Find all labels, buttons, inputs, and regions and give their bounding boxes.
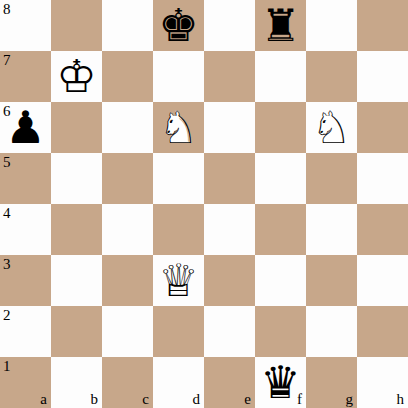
square-h2[interactable] <box>357 306 408 357</box>
white-knight-glyph: ♘ <box>306 102 357 153</box>
square-c6[interactable] <box>102 102 153 153</box>
rank-label-2: 2 <box>3 308 11 323</box>
square-d4[interactable] <box>153 204 204 255</box>
square-e1[interactable]: e <box>204 357 255 408</box>
square-a6[interactable]: ♟6 <box>0 102 51 153</box>
square-b8[interactable] <box>51 0 102 51</box>
square-b3[interactable] <box>51 255 102 306</box>
rank-label-8: 8 <box>3 2 11 17</box>
white-king-b7[interactable]: ♚♔ <box>51 51 102 102</box>
square-g1[interactable]: g <box>306 357 357 408</box>
square-f7[interactable] <box>255 51 306 102</box>
square-g8[interactable] <box>306 0 357 51</box>
square-f8[interactable]: ♜ <box>255 0 306 51</box>
square-f4[interactable] <box>255 204 306 255</box>
square-g3[interactable] <box>306 255 357 306</box>
square-b2[interactable] <box>51 306 102 357</box>
square-a2[interactable]: 2 <box>0 306 51 357</box>
rank-label-4: 4 <box>3 206 11 221</box>
square-g6[interactable]: ♞♘ <box>306 102 357 153</box>
square-d5[interactable] <box>153 153 204 204</box>
square-f6[interactable] <box>255 102 306 153</box>
square-d1[interactable]: d <box>153 357 204 408</box>
square-a1[interactable]: 1a <box>0 357 51 408</box>
square-e3[interactable] <box>204 255 255 306</box>
square-d2[interactable] <box>153 306 204 357</box>
square-g4[interactable] <box>306 204 357 255</box>
square-c1[interactable]: c <box>102 357 153 408</box>
white-knight-g6[interactable]: ♞♘ <box>306 102 357 153</box>
square-a7[interactable]: 7 <box>0 51 51 102</box>
square-h8[interactable] <box>357 0 408 51</box>
square-h6[interactable] <box>357 102 408 153</box>
square-e6[interactable] <box>204 102 255 153</box>
rank-label-1: 1 <box>3 359 11 374</box>
square-c7[interactable] <box>102 51 153 102</box>
square-b6[interactable] <box>51 102 102 153</box>
square-a5[interactable]: 5 <box>0 153 51 204</box>
square-b4[interactable] <box>51 204 102 255</box>
square-g2[interactable] <box>306 306 357 357</box>
square-d6[interactable]: ♞♘ <box>153 102 204 153</box>
file-label-e: e <box>244 392 251 407</box>
square-e8[interactable] <box>204 0 255 51</box>
square-g5[interactable] <box>306 153 357 204</box>
white-queen-glyph: ♕ <box>153 255 204 306</box>
square-g7[interactable] <box>306 51 357 102</box>
file-label-c: c <box>142 392 149 407</box>
file-label-d: d <box>193 392 201 407</box>
square-f3[interactable] <box>255 255 306 306</box>
square-c5[interactable] <box>102 153 153 204</box>
black-king-d8[interactable]: ♚ <box>153 0 204 51</box>
square-f2[interactable] <box>255 306 306 357</box>
black-pawn-a6[interactable]: ♟ <box>0 102 51 153</box>
square-a3[interactable]: 3 <box>0 255 51 306</box>
black-queen-f1[interactable]: ♛ <box>255 357 306 408</box>
file-label-b: b <box>91 392 99 407</box>
square-h1[interactable]: h <box>357 357 408 408</box>
white-knight-d6[interactable]: ♞♘ <box>153 102 204 153</box>
rank-label-5: 5 <box>3 155 11 170</box>
square-h5[interactable] <box>357 153 408 204</box>
file-label-h: h <box>397 392 405 407</box>
square-e5[interactable] <box>204 153 255 204</box>
square-c2[interactable] <box>102 306 153 357</box>
rank-label-3: 3 <box>3 257 11 272</box>
square-h4[interactable] <box>357 204 408 255</box>
square-b5[interactable] <box>51 153 102 204</box>
file-label-a: a <box>40 392 47 407</box>
square-b7[interactable]: ♚♔ <box>51 51 102 102</box>
chess-board: 8♚♜7♚♔♟6♞♘♞♘543♛♕21abcde♛fgh <box>0 0 408 408</box>
white-knight-glyph: ♘ <box>153 102 204 153</box>
square-d3[interactable]: ♛♕ <box>153 255 204 306</box>
square-d8[interactable]: ♚ <box>153 0 204 51</box>
black-rook-f8[interactable]: ♜ <box>255 0 306 51</box>
white-king-glyph: ♔ <box>51 51 102 102</box>
square-e7[interactable] <box>204 51 255 102</box>
square-a8[interactable]: 8 <box>0 0 51 51</box>
square-h3[interactable] <box>357 255 408 306</box>
square-f1[interactable]: ♛f <box>255 357 306 408</box>
square-c8[interactable] <box>102 0 153 51</box>
square-d7[interactable] <box>153 51 204 102</box>
square-c3[interactable] <box>102 255 153 306</box>
square-e4[interactable] <box>204 204 255 255</box>
square-a4[interactable]: 4 <box>0 204 51 255</box>
square-h7[interactable] <box>357 51 408 102</box>
square-b1[interactable]: b <box>51 357 102 408</box>
white-queen-d3[interactable]: ♛♕ <box>153 255 204 306</box>
file-label-g: g <box>346 392 354 407</box>
square-c4[interactable] <box>102 204 153 255</box>
rank-label-7: 7 <box>3 53 11 68</box>
square-e2[interactable] <box>204 306 255 357</box>
square-f5[interactable] <box>255 153 306 204</box>
